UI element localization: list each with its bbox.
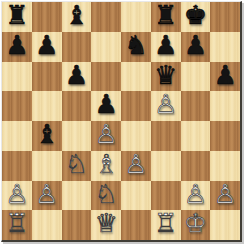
black-pawn[interactable]: ♟ [213, 62, 236, 91]
black-bishop[interactable]: ♝ [35, 121, 58, 150]
square-d3[interactable]: ♗ [91, 151, 121, 181]
square-c2[interactable] [62, 181, 92, 211]
white-pawn[interactable]: ♙ [35, 181, 58, 210]
black-knight[interactable]: ♞ [124, 32, 147, 61]
white-king[interactable]: ♔ [184, 210, 207, 239]
white-rook[interactable]: ♖ [5, 210, 28, 239]
square-b7[interactable]: ♟ [32, 32, 62, 62]
black-pawn[interactable]: ♟ [154, 32, 177, 61]
white-pawn[interactable]: ♙ [94, 121, 117, 150]
square-c1[interactable] [62, 210, 92, 240]
square-a7[interactable]: ♟ [2, 32, 32, 62]
square-c7[interactable] [62, 32, 92, 62]
square-e8[interactable] [121, 2, 151, 32]
square-c3[interactable]: ♘ [62, 151, 92, 181]
square-g6[interactable] [181, 62, 211, 92]
black-pawn[interactable]: ♟ [35, 32, 58, 61]
square-a1[interactable]: ♖ [2, 210, 32, 240]
square-e1[interactable] [121, 210, 151, 240]
square-h1[interactable] [210, 210, 240, 240]
square-d2[interactable]: ♘ [91, 181, 121, 211]
square-b8[interactable] [32, 2, 62, 32]
white-rook[interactable]: ♖ [154, 210, 177, 239]
square-d6[interactable] [91, 62, 121, 92]
square-g4[interactable] [181, 121, 211, 151]
square-g8[interactable]: ♚ [181, 2, 211, 32]
square-b4[interactable]: ♝ [32, 121, 62, 151]
square-h4[interactable] [210, 121, 240, 151]
square-d4[interactable]: ♙ [91, 121, 121, 151]
black-pawn[interactable]: ♟ [184, 32, 207, 61]
white-pawn[interactable]: ♙ [5, 181, 28, 210]
square-e7[interactable]: ♞ [121, 32, 151, 62]
black-rook[interactable]: ♜ [5, 2, 28, 31]
white-queen[interactable]: ♕ [94, 210, 117, 239]
square-b1[interactable] [32, 210, 62, 240]
square-g3[interactable] [181, 151, 211, 181]
square-d7[interactable] [91, 32, 121, 62]
square-c4[interactable] [62, 121, 92, 151]
square-e3[interactable]: ♙ [121, 151, 151, 181]
black-queen[interactable]: ♛ [154, 62, 177, 91]
square-h6[interactable]: ♟ [210, 62, 240, 92]
black-pawn[interactable]: ♟ [94, 91, 117, 120]
square-h3[interactable] [210, 151, 240, 181]
square-g5[interactable] [181, 91, 211, 121]
white-pawn[interactable]: ♙ [213, 181, 236, 210]
square-h2[interactable]: ♙ [210, 181, 240, 211]
square-a6[interactable] [2, 62, 32, 92]
square-a3[interactable] [2, 151, 32, 181]
white-pawn[interactable]: ♙ [154, 91, 177, 120]
white-pawn[interactable]: ♙ [124, 151, 147, 180]
square-g2[interactable]: ♙ [181, 181, 211, 211]
black-king[interactable]: ♚ [184, 2, 207, 31]
square-g1[interactable]: ♔ [181, 210, 211, 240]
square-f6[interactable]: ♛ [151, 62, 181, 92]
black-pawn[interactable]: ♟ [5, 32, 28, 61]
white-knight[interactable]: ♘ [65, 151, 88, 180]
white-knight[interactable]: ♘ [94, 181, 117, 210]
square-h8[interactable] [210, 2, 240, 32]
square-d5[interactable]: ♟ [91, 91, 121, 121]
square-c8[interactable]: ♝ [62, 2, 92, 32]
square-e5[interactable] [121, 91, 151, 121]
chess-board: ♜♝♜♚♟♟♞♟♟♟♛♟♟♙♝♙♘♗♙♙♙♘♙♙♖♕♖♔ [2, 2, 240, 240]
white-pawn[interactable]: ♙ [184, 181, 207, 210]
square-c6[interactable]: ♟ [62, 62, 92, 92]
diagram-frame: ♜♝♜♚♟♟♞♟♟♟♛♟♟♙♝♙♘♗♙♙♙♘♙♙♖♕♖♔ [1, 1, 242, 242]
square-h7[interactable] [210, 32, 240, 62]
white-bishop[interactable]: ♗ [94, 151, 117, 180]
square-a5[interactable] [2, 91, 32, 121]
square-h5[interactable] [210, 91, 240, 121]
square-b6[interactable] [32, 62, 62, 92]
square-c5[interactable] [62, 91, 92, 121]
square-e2[interactable] [121, 181, 151, 211]
square-e6[interactable] [121, 62, 151, 92]
square-a2[interactable]: ♙ [2, 181, 32, 211]
square-b5[interactable] [32, 91, 62, 121]
square-g7[interactable]: ♟ [181, 32, 211, 62]
square-f4[interactable] [151, 121, 181, 151]
square-a4[interactable] [2, 121, 32, 151]
square-e4[interactable] [121, 121, 151, 151]
black-bishop[interactable]: ♝ [65, 2, 88, 31]
square-d1[interactable]: ♕ [91, 210, 121, 240]
square-d8[interactable] [91, 2, 121, 32]
square-a8[interactable]: ♜ [2, 2, 32, 32]
black-pawn[interactable]: ♟ [65, 62, 88, 91]
black-rook[interactable]: ♜ [154, 2, 177, 31]
square-b2[interactable]: ♙ [32, 181, 62, 211]
square-f7[interactable]: ♟ [151, 32, 181, 62]
square-f3[interactable] [151, 151, 181, 181]
square-f1[interactable]: ♖ [151, 210, 181, 240]
square-b3[interactable] [32, 151, 62, 181]
square-f8[interactable]: ♜ [151, 2, 181, 32]
square-f2[interactable] [151, 181, 181, 211]
square-f5[interactable]: ♙ [151, 91, 181, 121]
